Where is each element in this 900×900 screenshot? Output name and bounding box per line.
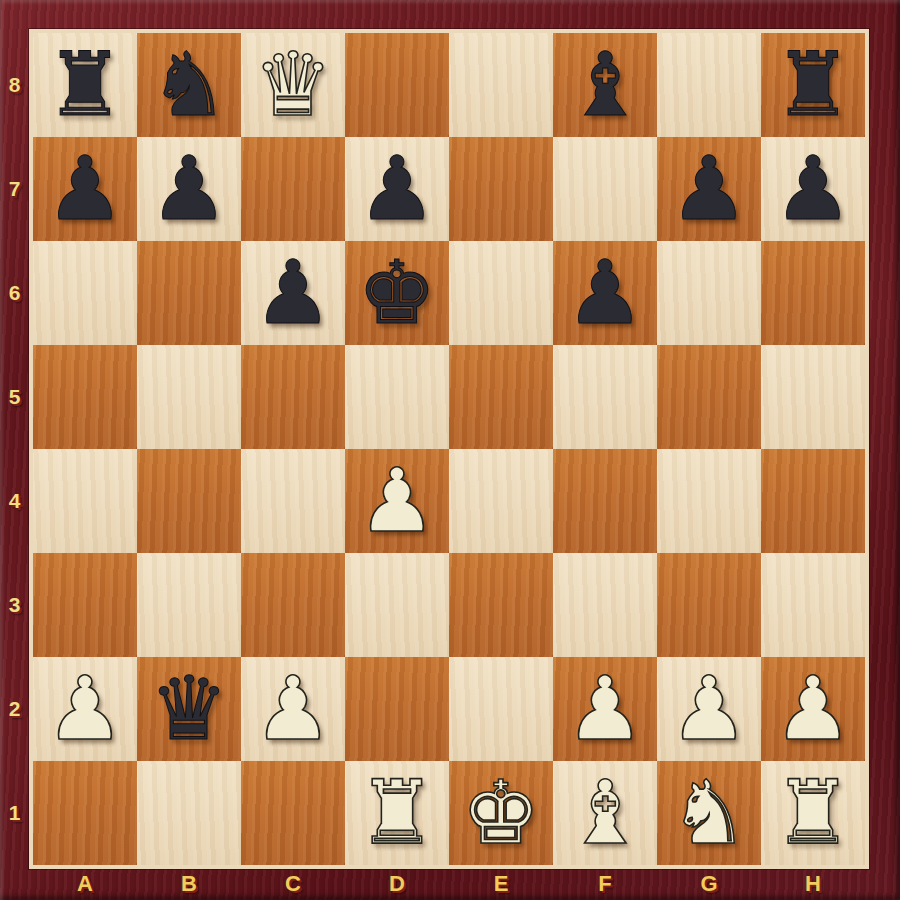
square-c1[interactable] xyxy=(241,761,345,865)
square-b6[interactable] xyxy=(137,241,241,345)
square-g8[interactable] xyxy=(657,33,761,137)
file-label-c: C xyxy=(241,869,345,900)
square-c7[interactable] xyxy=(241,137,345,241)
square-d3[interactable] xyxy=(345,553,449,657)
square-g6[interactable] xyxy=(657,241,761,345)
square-g2[interactable]: ♟ xyxy=(657,657,761,761)
white-rook: ♜ xyxy=(774,761,853,865)
square-c6[interactable]: ♟ xyxy=(241,241,345,345)
square-b7[interactable]: ♟ xyxy=(137,137,241,241)
black-pawn: ♟ xyxy=(46,137,125,241)
file-label-e: E xyxy=(449,869,553,900)
square-a4[interactable] xyxy=(33,449,137,553)
square-b5[interactable] xyxy=(137,345,241,449)
square-f3[interactable] xyxy=(553,553,657,657)
square-e2[interactable] xyxy=(449,657,553,761)
square-e8[interactable] xyxy=(449,33,553,137)
black-rook: ♜ xyxy=(46,33,125,137)
file-label-b: B xyxy=(137,869,241,900)
square-d1[interactable]: ♜ xyxy=(345,761,449,865)
black-king: ♚ xyxy=(358,241,437,345)
black-pawn: ♟ xyxy=(670,137,749,241)
square-g4[interactable] xyxy=(657,449,761,553)
square-d4[interactable]: ♟ xyxy=(345,449,449,553)
square-e6[interactable] xyxy=(449,241,553,345)
white-pawn: ♟ xyxy=(46,657,125,761)
square-h4[interactable] xyxy=(761,449,865,553)
file-label-f: F xyxy=(553,869,657,900)
square-b3[interactable] xyxy=(137,553,241,657)
black-pawn: ♟ xyxy=(150,137,229,241)
white-pawn: ♟ xyxy=(670,657,749,761)
square-f7[interactable] xyxy=(553,137,657,241)
rank-label-7: 7 xyxy=(0,137,29,241)
white-pawn: ♟ xyxy=(358,449,437,553)
black-pawn: ♟ xyxy=(254,241,333,345)
square-h3[interactable] xyxy=(761,553,865,657)
square-c3[interactable] xyxy=(241,553,345,657)
file-label-a: A xyxy=(33,869,137,900)
square-a8[interactable]: ♜ xyxy=(33,33,137,137)
black-knight: ♞ xyxy=(150,33,229,137)
square-c5[interactable] xyxy=(241,345,345,449)
square-f5[interactable] xyxy=(553,345,657,449)
square-h7[interactable]: ♟ xyxy=(761,137,865,241)
board-border: 87654321 ♜♞♛♝♜♟♟♟♟♟♟♚♟♟♟♛♟♟♟♟♜♚♝♞♜ ABCDE… xyxy=(0,0,900,900)
black-pawn: ♟ xyxy=(566,241,645,345)
rank-label-5: 5 xyxy=(0,345,29,449)
square-b2[interactable]: ♛ xyxy=(137,657,241,761)
square-h8[interactable]: ♜ xyxy=(761,33,865,137)
black-queen: ♛ xyxy=(150,657,229,761)
square-a1[interactable] xyxy=(33,761,137,865)
square-f8[interactable]: ♝ xyxy=(553,33,657,137)
square-a7[interactable]: ♟ xyxy=(33,137,137,241)
white-knight: ♞ xyxy=(670,761,749,865)
rank-label-3: 3 xyxy=(0,553,29,657)
square-e3[interactable] xyxy=(449,553,553,657)
square-g3[interactable] xyxy=(657,553,761,657)
square-f4[interactable] xyxy=(553,449,657,553)
file-labels: ABCDEFGH xyxy=(33,869,865,900)
file-label-g: G xyxy=(657,869,761,900)
square-e4[interactable] xyxy=(449,449,553,553)
square-e5[interactable] xyxy=(449,345,553,449)
square-a5[interactable] xyxy=(33,345,137,449)
rank-labels: 87654321 xyxy=(0,33,29,865)
square-f2[interactable]: ♟ xyxy=(553,657,657,761)
square-c8[interactable]: ♛ xyxy=(241,33,345,137)
square-b1[interactable] xyxy=(137,761,241,865)
file-label-d: D xyxy=(345,869,449,900)
square-g5[interactable] xyxy=(657,345,761,449)
square-h5[interactable] xyxy=(761,345,865,449)
board-frame: ♜♞♛♝♜♟♟♟♟♟♟♚♟♟♟♛♟♟♟♟♜♚♝♞♜ xyxy=(29,29,869,869)
square-d8[interactable] xyxy=(345,33,449,137)
rank-label-1: 1 xyxy=(0,761,29,865)
square-g1[interactable]: ♞ xyxy=(657,761,761,865)
square-f6[interactable]: ♟ xyxy=(553,241,657,345)
black-bishop: ♝ xyxy=(566,33,645,137)
black-rook: ♜ xyxy=(774,33,853,137)
rank-label-8: 8 xyxy=(0,33,29,137)
white-pawn: ♟ xyxy=(774,657,853,761)
rank-label-6: 6 xyxy=(0,241,29,345)
white-pawn: ♟ xyxy=(254,657,333,761)
square-a6[interactable] xyxy=(33,241,137,345)
white-rook: ♜ xyxy=(358,761,437,865)
square-a2[interactable]: ♟ xyxy=(33,657,137,761)
square-h6[interactable] xyxy=(761,241,865,345)
chess-board: ♜♞♛♝♜♟♟♟♟♟♟♚♟♟♟♛♟♟♟♟♜♚♝♞♜ xyxy=(33,33,865,865)
black-pawn: ♟ xyxy=(358,137,437,241)
rank-label-2: 2 xyxy=(0,657,29,761)
file-label-h: H xyxy=(761,869,865,900)
square-d2[interactable] xyxy=(345,657,449,761)
square-d7[interactable]: ♟ xyxy=(345,137,449,241)
square-d5[interactable] xyxy=(345,345,449,449)
white-bishop: ♝ xyxy=(566,761,645,865)
square-f1[interactable]: ♝ xyxy=(553,761,657,865)
rank-label-4: 4 xyxy=(0,449,29,553)
square-c4[interactable] xyxy=(241,449,345,553)
white-queen: ♛ xyxy=(254,33,333,137)
white-king: ♚ xyxy=(462,761,541,865)
square-e1[interactable]: ♚ xyxy=(449,761,553,865)
square-b8[interactable]: ♞ xyxy=(137,33,241,137)
square-e7[interactable] xyxy=(449,137,553,241)
square-b4[interactable] xyxy=(137,449,241,553)
square-c2[interactable]: ♟ xyxy=(241,657,345,761)
square-g7[interactable]: ♟ xyxy=(657,137,761,241)
square-h1[interactable]: ♜ xyxy=(761,761,865,865)
square-a3[interactable] xyxy=(33,553,137,657)
square-d6[interactable]: ♚ xyxy=(345,241,449,345)
white-pawn: ♟ xyxy=(566,657,645,761)
square-h2[interactable]: ♟ xyxy=(761,657,865,761)
black-pawn: ♟ xyxy=(774,137,853,241)
